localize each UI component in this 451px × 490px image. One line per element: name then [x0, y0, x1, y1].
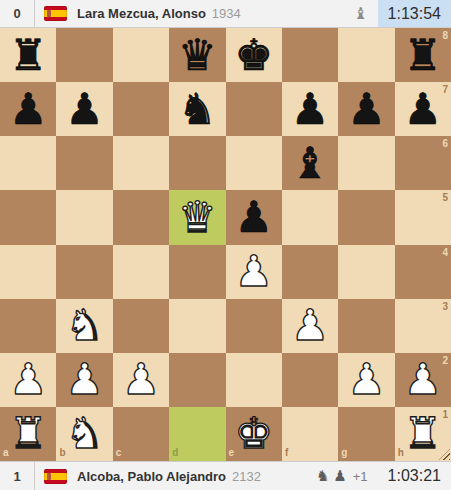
- square-g5[interactable]: [338, 190, 394, 244]
- white-pawn-h2[interactable]: ♟: [404, 358, 443, 401]
- square-c2[interactable]: ♟: [113, 353, 169, 407]
- square-c3[interactable]: [113, 299, 169, 353]
- square-a1[interactable]: ♜a: [0, 407, 56, 461]
- square-f4[interactable]: [282, 245, 338, 299]
- square-h3[interactable]: 3: [395, 299, 451, 353]
- square-d1[interactable]: d: [169, 407, 225, 461]
- white-rook-h1[interactable]: ♜: [404, 412, 443, 455]
- square-b7[interactable]: ♟: [56, 82, 112, 136]
- black-rook-a8[interactable]: ♜: [9, 34, 48, 77]
- square-e4[interactable]: ♟: [226, 245, 282, 299]
- file-label-e: e: [229, 448, 235, 458]
- black-pawn-g7[interactable]: ♟: [347, 88, 386, 131]
- square-c7[interactable]: [113, 82, 169, 136]
- square-e2[interactable]: [226, 353, 282, 407]
- black-queen-d8[interactable]: ♛: [178, 34, 217, 77]
- square-a2[interactable]: ♟: [0, 353, 56, 407]
- square-h1[interactable]: ♜h1: [395, 407, 451, 461]
- square-b4[interactable]: [56, 245, 112, 299]
- rank-label-7: 7: [442, 85, 448, 95]
- file-label-a: a: [3, 448, 9, 458]
- file-label-f: f: [285, 448, 288, 458]
- square-f6[interactable]: ♝: [282, 136, 338, 190]
- square-c1[interactable]: c: [113, 407, 169, 461]
- flag-emblem: [47, 10, 51, 17]
- square-d6[interactable]: [169, 136, 225, 190]
- square-d4[interactable]: [169, 245, 225, 299]
- black-rook-h8[interactable]: ♜: [404, 34, 443, 77]
- square-e3[interactable]: [226, 299, 282, 353]
- rank-label-1: 1: [442, 410, 448, 420]
- square-a5[interactable]: [0, 190, 56, 244]
- rank-label-5: 5: [442, 193, 448, 203]
- square-e6[interactable]: [226, 136, 282, 190]
- bottom-player-rating: 2132: [232, 469, 261, 484]
- square-d3[interactable]: [169, 299, 225, 353]
- square-a3[interactable]: [0, 299, 56, 353]
- black-knight-d7[interactable]: ♞: [178, 88, 217, 131]
- white-pawn-b2[interactable]: ♟: [65, 358, 104, 401]
- captured-pawn-icon: ♟: [333, 469, 346, 484]
- white-queen-d5[interactable]: ♛: [178, 196, 217, 239]
- square-g2[interactable]: ♟: [338, 353, 394, 407]
- square-b1[interactable]: ♞b: [56, 407, 112, 461]
- square-a7[interactable]: ♟: [0, 82, 56, 136]
- square-g8[interactable]: [338, 28, 394, 82]
- captured-bishop-icon: ♝: [353, 6, 367, 22]
- square-f7[interactable]: ♟: [282, 82, 338, 136]
- white-king-e1[interactable]: ♚: [234, 412, 273, 455]
- square-g4[interactable]: [338, 245, 394, 299]
- rank-label-8: 8: [442, 31, 448, 41]
- bottom-player-bar: 1 Alcoba, Pablo Alejandro 2132 ♞ ♟ +1 1:…: [0, 461, 451, 490]
- white-pawn-c2[interactable]: ♟: [122, 358, 161, 401]
- square-a4[interactable]: [0, 245, 56, 299]
- black-pawn-a7[interactable]: ♟: [9, 88, 48, 131]
- captured-knight-icon: ♞: [316, 469, 329, 484]
- square-d2[interactable]: [169, 353, 225, 407]
- square-h5[interactable]: 5: [395, 190, 451, 244]
- white-pawn-g2[interactable]: ♟: [347, 358, 386, 401]
- square-c4[interactable]: [113, 245, 169, 299]
- square-c8[interactable]: [113, 28, 169, 82]
- black-bishop-f6[interactable]: ♝: [291, 142, 330, 185]
- square-d8[interactable]: ♛: [169, 28, 225, 82]
- square-b6[interactable]: [56, 136, 112, 190]
- square-d5[interactable]: ♛: [169, 190, 225, 244]
- top-player-clock: 1:13:54: [378, 0, 451, 27]
- top-player-score: 0: [0, 0, 35, 27]
- white-pawn-f3[interactable]: ♟: [291, 304, 330, 347]
- bottom-player-clock: 1:03:21: [378, 462, 451, 490]
- square-g7[interactable]: ♟: [338, 82, 394, 136]
- square-b2[interactable]: ♟: [56, 353, 112, 407]
- black-pawn-e5[interactable]: ♟: [234, 196, 273, 239]
- bottom-player-score: 1: [0, 462, 35, 490]
- rank-label-4: 4: [442, 248, 448, 258]
- spain-flag-icon: [44, 6, 67, 21]
- square-f2[interactable]: [282, 353, 338, 407]
- file-label-b: b: [59, 448, 65, 458]
- rank-label-2: 2: [442, 356, 448, 366]
- square-b5[interactable]: [56, 190, 112, 244]
- top-player-bar: 0 Lara Mezcua, Alonso 1934 ♝ 1:13:54: [0, 0, 451, 28]
- square-f1[interactable]: f: [282, 407, 338, 461]
- file-label-d: d: [172, 448, 178, 458]
- rank-label-3: 3: [442, 302, 448, 312]
- square-a8[interactable]: ♜: [0, 28, 56, 82]
- square-f8[interactable]: [282, 28, 338, 82]
- square-g6[interactable]: [338, 136, 394, 190]
- square-f3[interactable]: ♟: [282, 299, 338, 353]
- square-e8[interactable]: ♚: [226, 28, 282, 82]
- black-pawn-b7[interactable]: ♟: [65, 88, 104, 131]
- square-h4[interactable]: 4: [395, 245, 451, 299]
- square-h7[interactable]: ♟7: [395, 82, 451, 136]
- white-knight-b3[interactable]: ♞: [65, 304, 104, 347]
- square-g3[interactable]: [338, 299, 394, 353]
- black-pawn-h7[interactable]: ♟: [404, 88, 443, 131]
- black-pawn-f7[interactable]: ♟: [291, 88, 330, 131]
- square-h2[interactable]: ♟2: [395, 353, 451, 407]
- flag-emblem: [47, 473, 51, 480]
- square-b3[interactable]: ♞: [56, 299, 112, 353]
- white-knight-b1[interactable]: ♞: [65, 412, 104, 455]
- file-label-h: h: [398, 448, 404, 458]
- square-h6[interactable]: 6: [395, 136, 451, 190]
- chess-app-window: 0 Lara Mezcua, Alonso 1934 ♝ 1:13:54 ♜♛♚…: [0, 0, 451, 490]
- top-player-name: Lara Mezcua, Alonso: [77, 6, 206, 21]
- square-e1[interactable]: ♚e: [226, 407, 282, 461]
- chess-board: ♜♛♚♜8♟♟♞♟♟♟7♝6♛♟5♟4♞♟3♟♟♟♟♟2♜a♞bcd♚efg♜h…: [0, 28, 451, 461]
- bottom-player-name: Alcoba, Pablo Alejandro: [77, 469, 226, 484]
- square-b8[interactable]: [56, 28, 112, 82]
- white-rook-a1[interactable]: ♜: [9, 412, 48, 455]
- material-advantage: +1: [353, 469, 368, 484]
- black-king-e8[interactable]: ♚: [234, 34, 273, 77]
- square-f5[interactable]: [282, 190, 338, 244]
- rank-label-6: 6: [442, 139, 448, 149]
- square-c6[interactable]: [113, 136, 169, 190]
- file-label-g: g: [341, 448, 347, 458]
- square-c5[interactable]: [113, 190, 169, 244]
- square-g1[interactable]: g: [338, 407, 394, 461]
- square-d7[interactable]: ♞: [169, 82, 225, 136]
- square-e7[interactable]: [226, 82, 282, 136]
- white-pawn-a2[interactable]: ♟: [9, 358, 48, 401]
- square-h8[interactable]: ♜8: [395, 28, 451, 82]
- file-label-c: c: [116, 448, 122, 458]
- square-e5[interactable]: ♟: [226, 190, 282, 244]
- square-a6[interactable]: [0, 136, 56, 190]
- white-pawn-e4[interactable]: ♟: [234, 250, 273, 293]
- top-player-rating: 1934: [212, 6, 241, 21]
- spain-flag-icon: [44, 469, 67, 484]
